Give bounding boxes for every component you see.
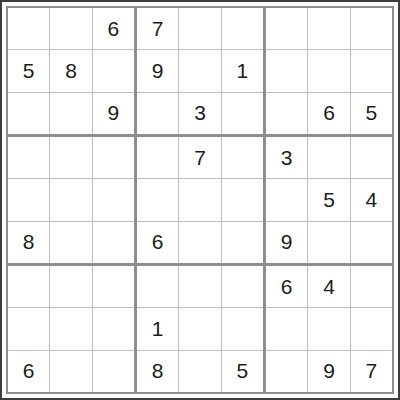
cell-r8c5[interactable] xyxy=(179,308,220,349)
box-4: 8 xyxy=(8,137,134,263)
cell-r2c8[interactable] xyxy=(308,50,349,91)
cell-r5c5[interactable] xyxy=(179,179,220,220)
box-7: 6 xyxy=(8,266,134,392)
cell-r4c4[interactable] xyxy=(137,137,178,178)
box-1: 6589 xyxy=(8,8,134,134)
cell-r9c3[interactable] xyxy=(93,351,134,392)
cell-r9c7[interactable] xyxy=(266,351,307,392)
cell-r7c5[interactable] xyxy=(179,266,220,307)
cell-r5c6[interactable] xyxy=(222,179,263,220)
cell-r5c2[interactable] xyxy=(50,179,91,220)
cell-r1c2[interactable] xyxy=(50,8,91,49)
cell-r8c8[interactable] xyxy=(308,308,349,349)
cell-r6c2[interactable] xyxy=(50,222,91,263)
cell-r1c7[interactable] xyxy=(266,8,307,49)
cell-r6c6[interactable] xyxy=(222,222,263,263)
cell-r2c4[interactable]: 9 xyxy=(137,50,178,91)
cell-r3c4[interactable] xyxy=(137,93,178,134)
cell-r5c1[interactable] xyxy=(8,179,49,220)
cell-r1c6[interactable] xyxy=(222,8,263,49)
cell-r8c3[interactable] xyxy=(93,308,134,349)
cell-r8c9[interactable] xyxy=(351,308,392,349)
cell-r7c8[interactable]: 4 xyxy=(308,266,349,307)
box-8: 185 xyxy=(137,266,263,392)
cell-r3c1[interactable] xyxy=(8,93,49,134)
cell-r9c8[interactable]: 9 xyxy=(308,351,349,392)
cell-r3c2[interactable] xyxy=(50,93,91,134)
cell-r9c1[interactable]: 6 xyxy=(8,351,49,392)
cell-r1c3[interactable]: 6 xyxy=(93,8,134,49)
cell-r6c1[interactable]: 8 xyxy=(8,222,49,263)
cell-r4c1[interactable] xyxy=(8,137,49,178)
cell-r6c5[interactable] xyxy=(179,222,220,263)
cell-r3c9[interactable]: 5 xyxy=(351,93,392,134)
cell-r8c2[interactable] xyxy=(50,308,91,349)
cell-r5c9[interactable]: 4 xyxy=(351,179,392,220)
cell-r9c6[interactable]: 5 xyxy=(222,351,263,392)
cell-r4c8[interactable] xyxy=(308,137,349,178)
cell-r7c1[interactable] xyxy=(8,266,49,307)
cell-r5c4[interactable] xyxy=(137,179,178,220)
cell-r1c8[interactable] xyxy=(308,8,349,49)
cell-r1c1[interactable] xyxy=(8,8,49,49)
cell-r9c2[interactable] xyxy=(50,351,91,392)
cell-r6c8[interactable] xyxy=(308,222,349,263)
cell-r4c5[interactable]: 7 xyxy=(179,137,220,178)
cell-r2c5[interactable] xyxy=(179,50,220,91)
cell-r8c1[interactable] xyxy=(8,308,49,349)
cell-r5c8[interactable]: 5 xyxy=(308,179,349,220)
box-6: 3549 xyxy=(266,137,392,263)
cell-r9c9[interactable]: 7 xyxy=(351,351,392,392)
cell-r9c5[interactable] xyxy=(179,351,220,392)
cell-r7c2[interactable] xyxy=(50,266,91,307)
cell-r3c8[interactable]: 6 xyxy=(308,93,349,134)
cell-r8c6[interactable] xyxy=(222,308,263,349)
cell-r3c7[interactable] xyxy=(266,93,307,134)
cell-r4c6[interactable] xyxy=(222,137,263,178)
cell-r4c9[interactable] xyxy=(351,137,392,178)
cell-r6c3[interactable] xyxy=(93,222,134,263)
box-5: 76 xyxy=(137,137,263,263)
cell-r7c3[interactable] xyxy=(93,266,134,307)
cell-r2c6[interactable]: 1 xyxy=(222,50,263,91)
cell-r2c3[interactable] xyxy=(93,50,134,91)
cell-r6c7[interactable]: 9 xyxy=(266,222,307,263)
sudoku-board: 6589791365876354961856497 xyxy=(6,6,394,394)
cell-r3c5[interactable]: 3 xyxy=(179,93,220,134)
cell-r9c4[interactable]: 8 xyxy=(137,351,178,392)
cell-r7c4[interactable] xyxy=(137,266,178,307)
cell-r5c3[interactable] xyxy=(93,179,134,220)
cell-r7c9[interactable] xyxy=(351,266,392,307)
cell-r2c1[interactable]: 5 xyxy=(8,50,49,91)
cell-r1c5[interactable] xyxy=(179,8,220,49)
cell-r8c7[interactable] xyxy=(266,308,307,349)
box-3: 65 xyxy=(266,8,392,134)
cell-r6c4[interactable]: 6 xyxy=(137,222,178,263)
cell-r2c7[interactable] xyxy=(266,50,307,91)
box-2: 7913 xyxy=(137,8,263,134)
box-9: 6497 xyxy=(266,266,392,392)
cell-r7c7[interactable]: 6 xyxy=(266,266,307,307)
cell-r3c6[interactable] xyxy=(222,93,263,134)
cell-r7c6[interactable] xyxy=(222,266,263,307)
cell-r8c4[interactable]: 1 xyxy=(137,308,178,349)
cell-r2c2[interactable]: 8 xyxy=(50,50,91,91)
cell-r4c2[interactable] xyxy=(50,137,91,178)
cell-r2c9[interactable] xyxy=(351,50,392,91)
cell-r1c4[interactable]: 7 xyxy=(137,8,178,49)
cell-r5c7[interactable] xyxy=(266,179,307,220)
cell-r3c3[interactable]: 9 xyxy=(93,93,134,134)
cell-r4c3[interactable] xyxy=(93,137,134,178)
cell-r1c9[interactable] xyxy=(351,8,392,49)
cell-r6c9[interactable] xyxy=(351,222,392,263)
cell-r4c7[interactable]: 3 xyxy=(266,137,307,178)
